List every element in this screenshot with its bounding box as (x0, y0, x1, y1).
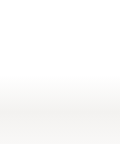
scene (0, 0, 120, 144)
chess-board (0, 0, 120, 144)
